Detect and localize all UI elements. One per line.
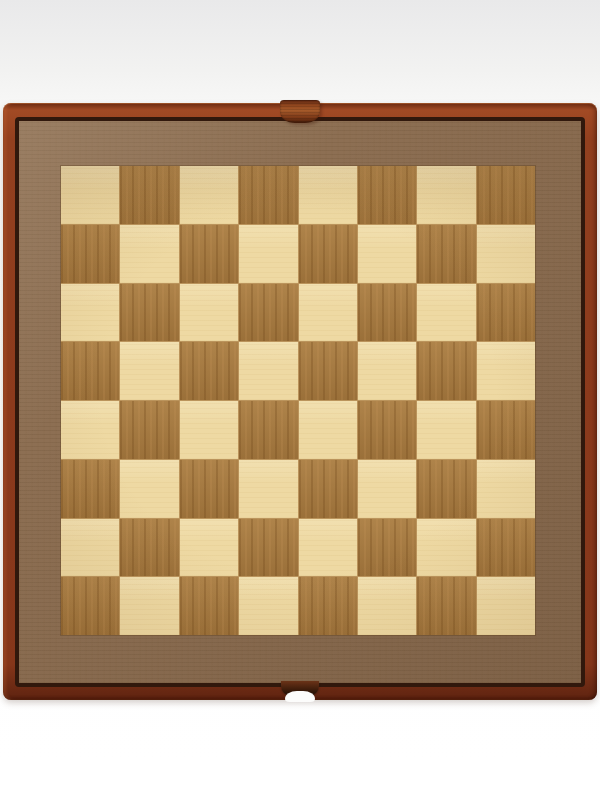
square-c3[interactable] bbox=[180, 460, 238, 518]
square-d6[interactable] bbox=[239, 284, 297, 342]
square-b5[interactable] bbox=[120, 342, 178, 400]
square-c7[interactable] bbox=[180, 225, 238, 283]
square-e6[interactable] bbox=[299, 284, 357, 342]
square-f2[interactable] bbox=[358, 519, 416, 577]
square-b1[interactable] bbox=[120, 577, 178, 635]
square-g1[interactable] bbox=[417, 577, 475, 635]
square-g6[interactable] bbox=[417, 284, 475, 342]
square-a2[interactable] bbox=[61, 519, 119, 577]
finger-notch-cutout bbox=[285, 691, 315, 702]
square-g2[interactable] bbox=[417, 519, 475, 577]
square-h5[interactable] bbox=[477, 342, 535, 400]
square-g3[interactable] bbox=[417, 460, 475, 518]
square-f5[interactable] bbox=[358, 342, 416, 400]
square-d1[interactable] bbox=[239, 577, 297, 635]
square-a5[interactable] bbox=[61, 342, 119, 400]
square-e4[interactable] bbox=[299, 401, 357, 459]
board-grid bbox=[61, 166, 535, 635]
square-b7[interactable] bbox=[120, 225, 178, 283]
product-photo bbox=[0, 0, 600, 800]
square-c2[interactable] bbox=[180, 519, 238, 577]
square-g4[interactable] bbox=[417, 401, 475, 459]
square-c6[interactable] bbox=[180, 284, 238, 342]
square-e5[interactable] bbox=[299, 342, 357, 400]
square-a3[interactable] bbox=[61, 460, 119, 518]
square-h8[interactable] bbox=[477, 166, 535, 224]
square-h4[interactable] bbox=[477, 401, 535, 459]
square-f7[interactable] bbox=[358, 225, 416, 283]
square-b2[interactable] bbox=[120, 519, 178, 577]
square-a7[interactable] bbox=[61, 225, 119, 283]
square-h7[interactable] bbox=[477, 225, 535, 283]
square-d3[interactable] bbox=[239, 460, 297, 518]
square-a4[interactable] bbox=[61, 401, 119, 459]
square-c8[interactable] bbox=[180, 166, 238, 224]
square-d2[interactable] bbox=[239, 519, 297, 577]
square-g7[interactable] bbox=[417, 225, 475, 283]
square-a6[interactable] bbox=[61, 284, 119, 342]
square-f6[interactable] bbox=[358, 284, 416, 342]
square-d5[interactable] bbox=[239, 342, 297, 400]
square-e8[interactable] bbox=[299, 166, 357, 224]
square-d8[interactable] bbox=[239, 166, 297, 224]
square-b8[interactable] bbox=[120, 166, 178, 224]
square-f1[interactable] bbox=[358, 577, 416, 635]
square-f4[interactable] bbox=[358, 401, 416, 459]
square-g5[interactable] bbox=[417, 342, 475, 400]
square-b4[interactable] bbox=[120, 401, 178, 459]
square-e3[interactable] bbox=[299, 460, 357, 518]
square-f8[interactable] bbox=[358, 166, 416, 224]
square-c4[interactable] bbox=[180, 401, 238, 459]
square-b3[interactable] bbox=[120, 460, 178, 518]
square-a8[interactable] bbox=[61, 166, 119, 224]
square-h1[interactable] bbox=[477, 577, 535, 635]
square-b6[interactable] bbox=[120, 284, 178, 342]
square-e1[interactable] bbox=[299, 577, 357, 635]
square-e2[interactable] bbox=[299, 519, 357, 577]
lid-handle-tab bbox=[280, 100, 320, 123]
square-d7[interactable] bbox=[239, 225, 297, 283]
square-f3[interactable] bbox=[358, 460, 416, 518]
square-a1[interactable] bbox=[61, 577, 119, 635]
square-h3[interactable] bbox=[477, 460, 535, 518]
square-c5[interactable] bbox=[180, 342, 238, 400]
square-e7[interactable] bbox=[299, 225, 357, 283]
square-g8[interactable] bbox=[417, 166, 475, 224]
square-h6[interactable] bbox=[477, 284, 535, 342]
square-d4[interactable] bbox=[239, 401, 297, 459]
square-h2[interactable] bbox=[477, 519, 535, 577]
square-c1[interactable] bbox=[180, 577, 238, 635]
